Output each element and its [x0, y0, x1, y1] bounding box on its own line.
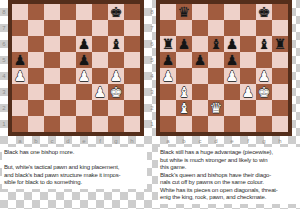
file-labels-right: abcdefgh	[160, 137, 288, 145]
caption-line: White has its pieces on open diagonals, …	[160, 187, 299, 195]
file-label-d: d	[60, 137, 76, 145]
board-square-c8	[192, 4, 208, 20]
piece-white-pawn: ♟	[12, 68, 28, 84]
board-square-b4	[176, 68, 192, 84]
board-square-b3: ♝	[176, 84, 192, 100]
caption-line: and black's bad pawn structure make it i…	[4, 172, 145, 180]
caption-line: Black has one bishop more.	[4, 149, 145, 157]
board-square-e8	[76, 4, 92, 20]
board-square-h8	[272, 4, 288, 20]
rank-labels-right: 87654321	[149, 4, 155, 132]
file-label-f: f	[240, 137, 256, 145]
board-square-h8	[124, 4, 140, 20]
board-square-h5	[124, 52, 140, 68]
rank-label-4: 4	[1, 68, 7, 84]
caption-line: but white is much stronger and likely to…	[160, 157, 299, 165]
caption-line: But, white's tactical pawn and king plac…	[4, 164, 145, 172]
piece-black-rook: ♜	[272, 36, 288, 52]
piece-black-bishop: ♝	[108, 36, 124, 52]
file-label-d: d	[208, 137, 224, 145]
caption-line: Black still has a huge advantage (piecew…	[160, 149, 299, 157]
board-square-g5	[108, 52, 124, 68]
board-square-a7	[12, 20, 28, 36]
board-square-b8	[28, 4, 44, 20]
caption-line: Black's queen and bishops have their dia…	[160, 172, 299, 180]
board-square-g5	[256, 52, 272, 68]
board-square-f5	[92, 52, 108, 68]
piece-white-pawn: ♟	[92, 84, 108, 100]
board-square-a7	[160, 20, 176, 36]
board-square-h6: ♜	[272, 36, 288, 52]
board-square-c4	[44, 68, 60, 84]
rank-label-2: 2	[149, 100, 155, 116]
file-label-c: c	[44, 137, 60, 145]
board-square-h3	[272, 84, 288, 100]
piece-black-king: ♚	[108, 4, 124, 20]
board-square-f5	[240, 52, 256, 68]
file-label-a: a	[12, 137, 28, 145]
board-square-g8: ♚	[256, 4, 272, 20]
board-square-h3	[124, 84, 140, 100]
board-square-a6: ♜	[160, 36, 176, 52]
file-label-g: g	[256, 137, 272, 145]
left-diagram: 87654321 ♚♟♝♟♟♟♟♟♟♚ abcdefgh	[8, 0, 144, 145]
piece-black-pawn: ♟	[76, 52, 92, 68]
rank-labels-left: 87654321	[1, 4, 7, 132]
board-square-h2	[124, 100, 140, 116]
piece-black-pawn: ♟	[224, 52, 240, 68]
file-label-h: h	[124, 137, 140, 145]
board-square-f1	[92, 116, 108, 132]
board-square-c1	[192, 116, 208, 132]
board-square-e2	[76, 100, 92, 116]
board-square-b1	[28, 116, 44, 132]
board-square-h4	[124, 68, 140, 84]
board-square-g6: ♝	[256, 36, 272, 52]
piece-white-king: ♚	[256, 84, 272, 100]
board-square-f6	[92, 36, 108, 52]
board-square-g7	[256, 20, 272, 36]
board-square-g3: ♚	[256, 84, 272, 100]
board-square-c7	[192, 20, 208, 36]
board-square-b2: ♝	[176, 100, 192, 116]
board-square-c3	[192, 84, 208, 100]
board-square-g1	[256, 116, 272, 132]
board-square-h2	[272, 100, 288, 116]
board-square-c2	[44, 100, 60, 116]
board-square-f7	[240, 20, 256, 36]
board-square-h1	[272, 116, 288, 132]
board-square-d3	[208, 84, 224, 100]
file-label-f: f	[92, 137, 108, 145]
piece-black-pawn: ♟	[12, 52, 28, 68]
board-square-h7	[272, 20, 288, 36]
board-square-e6: ♟	[76, 36, 92, 52]
file-label-b: b	[28, 137, 44, 145]
board-square-a2	[160, 100, 176, 116]
piece-black-pawn: ♟	[192, 52, 208, 68]
board-square-a2	[12, 100, 28, 116]
caption-left: Black has one bishop more. But, white's …	[2, 147, 147, 189]
board-square-d7	[208, 20, 224, 36]
file-label-e: e	[224, 137, 240, 145]
caption-line: nals cut off by pawns on the same colour…	[160, 179, 299, 187]
board-square-e4: ♟	[224, 68, 240, 84]
rank-label-8: 8	[149, 4, 155, 20]
piece-black-pawn: ♟	[176, 36, 192, 52]
board-square-e4: ♟	[76, 68, 92, 84]
board-square-b6: ♟	[176, 36, 192, 52]
board-square-e2	[224, 100, 240, 116]
board-square-d5	[60, 52, 76, 68]
board-square-d2	[60, 100, 76, 116]
board-square-f2	[92, 100, 108, 116]
board-square-e8	[224, 4, 240, 20]
piece-white-queen: ♛	[208, 100, 224, 116]
board-square-a8	[12, 4, 28, 20]
rank-label-7: 7	[149, 20, 155, 36]
chessboard-left: ♚♟♝♟♟♟♟♟♟♚	[8, 0, 144, 136]
caption-line	[4, 157, 145, 165]
piece-white-pawn: ♟	[256, 68, 272, 84]
board-square-f6	[240, 36, 256, 52]
board-square-g4: ♟	[256, 68, 272, 84]
board-square-f1	[240, 116, 256, 132]
board-square-f4	[92, 68, 108, 84]
board-square-c8	[44, 4, 60, 20]
piece-black-rook: ♜	[160, 36, 176, 52]
board-square-b6	[28, 36, 44, 52]
image-canvas: 87654321 ♚♟♝♟♟♟♟♟♟♚ abcdefgh 87654321 ♛♚…	[0, 0, 300, 209]
board-square-a5: ♟	[160, 52, 176, 68]
piece-white-pawn: ♟	[160, 68, 176, 84]
board-square-g3: ♚	[108, 84, 124, 100]
right-diagram: 87654321 ♛♚♜♟♝♟♝♜♟♟♟♟♟♟♝♟♚♝♛ abcdefgh	[156, 0, 292, 145]
board-square-b1	[176, 116, 192, 132]
piece-white-king: ♚	[108, 84, 124, 100]
rank-label-3: 3	[149, 84, 155, 100]
rank-label-8: 8	[1, 4, 7, 20]
board-square-a4: ♟	[12, 68, 28, 84]
board-square-f8	[240, 4, 256, 20]
board-square-c1	[44, 116, 60, 132]
board-square-c5: ♟	[192, 52, 208, 68]
board-square-d6: ♝	[208, 36, 224, 52]
file-label-h: h	[272, 137, 288, 145]
board-square-f7	[92, 20, 108, 36]
caption-line: this game.	[160, 164, 299, 172]
rank-label-5: 5	[1, 52, 7, 68]
board-square-h6	[124, 36, 140, 52]
rank-label-1: 1	[149, 116, 155, 132]
board-square-b5	[28, 52, 44, 68]
rank-label-3: 3	[1, 84, 7, 100]
board-square-d4	[208, 68, 224, 84]
rank-label-2: 2	[1, 100, 7, 116]
board-square-d4	[60, 68, 76, 84]
piece-white-pawn: ♟	[76, 68, 92, 84]
board-square-g2	[256, 100, 272, 116]
chessboard-right: ♛♚♜♟♝♟♝♜♟♟♟♟♟♟♝♟♚♝♛	[156, 0, 292, 136]
piece-black-queen: ♛	[176, 4, 192, 20]
file-label-c: c	[192, 137, 208, 145]
piece-black-king: ♚	[256, 4, 272, 20]
file-labels-left: abcdefgh	[12, 137, 140, 145]
board-square-a3	[12, 84, 28, 100]
board-square-b3	[28, 84, 44, 100]
piece-black-pawn: ♟	[160, 52, 176, 68]
file-label-e: e	[76, 137, 92, 145]
board-square-h1	[124, 116, 140, 132]
rank-label-4: 4	[149, 68, 155, 84]
board-square-f4	[240, 68, 256, 84]
board-square-a3	[160, 84, 176, 100]
board-square-d7	[60, 20, 76, 36]
board-square-e6: ♟	[224, 36, 240, 52]
board-square-c2	[192, 100, 208, 116]
board-square-e5: ♟	[224, 52, 240, 68]
board-square-g6: ♝	[108, 36, 124, 52]
board-square-a6	[12, 36, 28, 52]
piece-black-pawn: ♟	[224, 36, 240, 52]
piece-white-pawn: ♟	[224, 68, 240, 84]
piece-white-bishop: ♝	[176, 100, 192, 116]
piece-white-pawn: ♟	[108, 68, 124, 84]
board-square-a1	[12, 116, 28, 132]
piece-black-pawn: ♟	[76, 36, 92, 52]
board-square-c5	[44, 52, 60, 68]
board-square-e1	[224, 116, 240, 132]
board-square-c3	[44, 84, 60, 100]
board-square-e3	[224, 84, 240, 100]
board-square-b8: ♛	[176, 4, 192, 20]
rank-label-6: 6	[149, 36, 155, 52]
rank-label-7: 7	[1, 20, 7, 36]
board-square-b4	[28, 68, 44, 84]
file-label-g: g	[108, 137, 124, 145]
file-label-b: b	[176, 137, 192, 145]
board-square-d1	[208, 116, 224, 132]
piece-white-bishop: ♝	[176, 84, 192, 100]
board-square-d8	[208, 4, 224, 20]
rank-label-1: 1	[1, 116, 7, 132]
board-square-g1	[108, 116, 124, 132]
board-square-f2	[240, 100, 256, 116]
caption-line: enig the king, rook, pawn, and checkmate…	[160, 194, 299, 202]
piece-black-bishop: ♝	[256, 36, 272, 52]
board-square-d2: ♛	[208, 100, 224, 116]
board-square-b7	[28, 20, 44, 36]
board-square-d5	[208, 52, 224, 68]
caption-line: sible for black to do something.	[4, 179, 145, 187]
board-square-h5	[272, 52, 288, 68]
board-square-d3	[60, 84, 76, 100]
board-square-g4: ♟	[108, 68, 124, 84]
board-square-f8	[92, 4, 108, 20]
board-square-g2	[108, 100, 124, 116]
board-square-f3: ♟	[240, 84, 256, 100]
board-square-c6	[192, 36, 208, 52]
rank-label-5: 5	[149, 52, 155, 68]
board-square-c4	[192, 68, 208, 84]
board-square-e7	[76, 20, 92, 36]
piece-white-pawn: ♟	[240, 84, 256, 100]
board-square-e1	[76, 116, 92, 132]
board-square-g7	[108, 20, 124, 36]
board-square-e3	[76, 84, 92, 100]
board-square-a4: ♟	[160, 68, 176, 84]
board-square-d6	[60, 36, 76, 52]
board-square-d1	[60, 116, 76, 132]
board-square-d8	[60, 4, 76, 20]
board-square-b7	[176, 20, 192, 36]
board-square-b2	[28, 100, 44, 116]
board-square-f3: ♟	[92, 84, 108, 100]
caption-right: Black still has a huge advantage (piecew…	[158, 147, 300, 204]
board-square-h7	[124, 20, 140, 36]
piece-black-bishop: ♝	[208, 36, 224, 52]
file-label-a: a	[160, 137, 176, 145]
board-square-c7	[44, 20, 60, 36]
board-square-c6	[44, 36, 60, 52]
board-square-e5: ♟	[76, 52, 92, 68]
board-square-a8	[160, 4, 176, 20]
board-square-h4	[272, 68, 288, 84]
board-square-e7	[224, 20, 240, 36]
board-square-a1	[160, 116, 176, 132]
board-square-g8: ♚	[108, 4, 124, 20]
rank-label-6: 6	[1, 36, 7, 52]
board-square-b5	[176, 52, 192, 68]
board-square-a5: ♟	[12, 52, 28, 68]
chessboard-right-squares: ♛♚♜♟♝♟♝♜♟♟♟♟♟♟♝♟♚♝♛	[160, 4, 288, 132]
chessboard-left-squares: ♚♟♝♟♟♟♟♟♟♚	[12, 4, 140, 132]
